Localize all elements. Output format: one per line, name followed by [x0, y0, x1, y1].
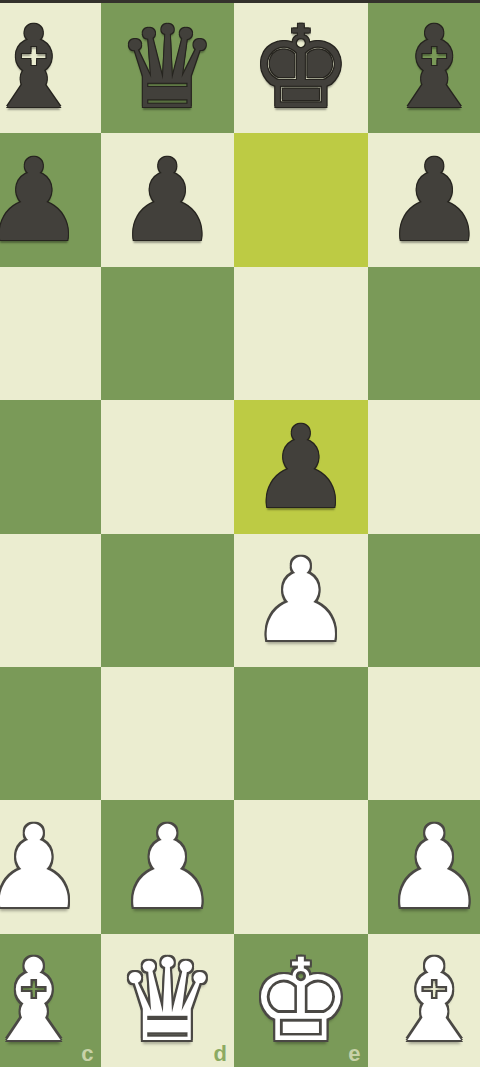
square-d4[interactable]: [101, 534, 235, 667]
square-f6[interactable]: [368, 267, 480, 400]
file-label-e: e: [348, 1043, 360, 1065]
square-c2[interactable]: ♟: [0, 800, 101, 933]
piece-white-pawn[interactable]: ♟: [250, 544, 352, 658]
square-e7[interactable]: [234, 133, 368, 266]
square-e8[interactable]: ♚: [234, 0, 368, 133]
square-d6[interactable]: [101, 267, 235, 400]
piece-black-queen[interactable]: ♛: [116, 11, 218, 125]
square-e2[interactable]: [234, 800, 368, 933]
square-c6[interactable]: [0, 267, 101, 400]
piece-black-pawn[interactable]: ♟: [250, 411, 352, 525]
square-f4[interactable]: [368, 534, 480, 667]
file-label-c: c: [81, 1043, 93, 1065]
file-label-d: d: [214, 1043, 227, 1065]
chessboard-viewport: ♝♛♚♝♟♟♟♟♟♟♟♟♝c♛d♚e♝: [0, 0, 480, 1067]
square-c8[interactable]: ♝: [0, 0, 101, 133]
piece-white-bishop[interactable]: ♝: [0, 944, 85, 1058]
piece-black-pawn[interactable]: ♟: [116, 144, 218, 258]
square-c1[interactable]: ♝c: [0, 934, 101, 1067]
square-d3[interactable]: [101, 667, 235, 800]
piece-black-pawn[interactable]: ♟: [0, 144, 85, 258]
square-e6[interactable]: [234, 267, 368, 400]
piece-white-pawn[interactable]: ♟: [0, 811, 85, 925]
piece-black-bishop[interactable]: ♝: [383, 11, 480, 125]
square-f2[interactable]: ♟: [368, 800, 480, 933]
square-e4[interactable]: ♟: [234, 534, 368, 667]
square-d2[interactable]: ♟: [101, 800, 235, 933]
piece-white-pawn[interactable]: ♟: [383, 811, 480, 925]
piece-black-pawn[interactable]: ♟: [383, 144, 480, 258]
square-d8[interactable]: ♛: [101, 0, 235, 133]
square-e1[interactable]: ♚e: [234, 934, 368, 1067]
square-f3[interactable]: [368, 667, 480, 800]
square-d7[interactable]: ♟: [101, 133, 235, 266]
square-c3[interactable]: [0, 667, 101, 800]
square-f8[interactable]: ♝: [368, 0, 480, 133]
piece-white-queen[interactable]: ♛: [116, 944, 218, 1058]
piece-white-pawn[interactable]: ♟: [116, 811, 218, 925]
square-c7[interactable]: ♟: [0, 133, 101, 266]
square-f7[interactable]: ♟: [368, 133, 480, 266]
piece-black-bishop[interactable]: ♝: [0, 11, 85, 125]
chessboard: ♝♛♚♝♟♟♟♟♟♟♟♟♝c♛d♚e♝: [0, 0, 480, 1067]
square-f5[interactable]: [368, 400, 480, 533]
square-e3[interactable]: [234, 667, 368, 800]
square-d1[interactable]: ♛d: [101, 934, 235, 1067]
square-f1[interactable]: ♝: [368, 934, 480, 1067]
square-c5[interactable]: [0, 400, 101, 533]
square-c4[interactable]: [0, 534, 101, 667]
square-e5[interactable]: ♟: [234, 400, 368, 533]
piece-white-bishop[interactable]: ♝: [383, 944, 480, 1058]
top-edge-bar: [0, 0, 480, 3]
piece-black-king[interactable]: ♚: [250, 11, 352, 125]
piece-white-king[interactable]: ♚: [250, 944, 352, 1058]
square-d5[interactable]: [101, 400, 235, 533]
